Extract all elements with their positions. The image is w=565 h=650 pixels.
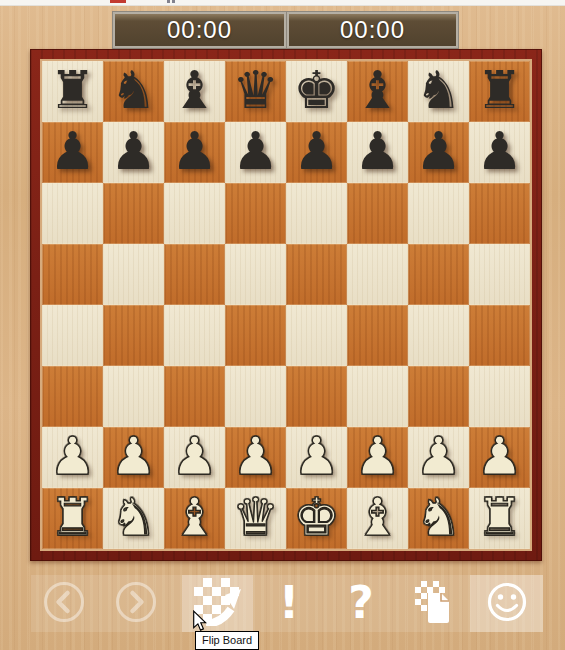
black-bishop[interactable]: ♝: [164, 61, 225, 122]
square-h6[interactable]: [469, 183, 530, 244]
square-e3[interactable]: [286, 366, 347, 427]
square-c5[interactable]: [164, 244, 225, 305]
square-b3[interactable]: [103, 366, 164, 427]
square-g4[interactable]: [408, 305, 469, 366]
black-pawn[interactable]: ♟: [286, 122, 347, 183]
square-g6[interactable]: [408, 183, 469, 244]
white-rook[interactable]: ♜: [469, 488, 530, 549]
square-g7[interactable]: ♟: [408, 122, 469, 183]
square-h2[interactable]: ♟: [469, 427, 530, 488]
white-pawn[interactable]: ♟: [408, 427, 469, 488]
white-pawn[interactable]: ♟: [42, 427, 103, 488]
square-c6[interactable]: [164, 183, 225, 244]
square-b8[interactable]: ♞: [103, 61, 164, 122]
white-clock: 00:00: [113, 12, 286, 48]
square-f1[interactable]: ♝: [347, 488, 408, 549]
black-pawn[interactable]: ♟: [469, 122, 530, 183]
white-bishop[interactable]: ♝: [347, 488, 408, 549]
square-b2[interactable]: ♟: [103, 427, 164, 488]
tooltip-text: Flip Board: [202, 634, 252, 646]
square-f5[interactable]: [347, 244, 408, 305]
square-b5[interactable]: [103, 244, 164, 305]
black-king[interactable]: ♚: [286, 61, 347, 122]
square-b6[interactable]: [103, 183, 164, 244]
square-e1[interactable]: ♚: [286, 488, 347, 549]
board-inner-frame: ♜♞♝♛♚♝♞♜♟♟♟♟♟♟♟♟♟♟♟♟♟♟♟♟♜♞♝♛♚♝♞♜: [40, 59, 532, 551]
square-f8[interactable]: ♝: [347, 61, 408, 122]
black-knight[interactable]: ♞: [408, 61, 469, 122]
square-e5[interactable]: [286, 244, 347, 305]
white-rook[interactable]: ♜: [42, 488, 103, 549]
square-a8[interactable]: ♜: [42, 61, 103, 122]
dubious-move-button[interactable]: ?: [339, 577, 383, 631]
square-d1[interactable]: ♛: [225, 488, 286, 549]
square-c2[interactable]: ♟: [164, 427, 225, 488]
square-e4[interactable]: [286, 305, 347, 366]
square-g1[interactable]: ♞: [408, 488, 469, 549]
remnant-red-icon: [110, 0, 126, 3]
square-b7[interactable]: ♟: [103, 122, 164, 183]
good-move-button[interactable]: !: [267, 577, 311, 631]
square-g2[interactable]: ♟: [408, 427, 469, 488]
chess-app-window: 00:00 00:00 ♜♞♝♛♚♝♞♜♟♟♟♟♟♟♟♟♟♟♟♟♟♟♟♟♜♞♝♛…: [0, 0, 565, 650]
white-knight[interactable]: ♞: [408, 488, 469, 549]
next-move-button[interactable]: [115, 575, 157, 632]
white-pawn[interactable]: ♟: [347, 427, 408, 488]
square-c4[interactable]: [164, 305, 225, 366]
square-h8[interactable]: ♜: [469, 61, 530, 122]
square-b4[interactable]: [103, 305, 164, 366]
square-f7[interactable]: ♟: [347, 122, 408, 183]
window-top-strip: [0, 0, 565, 6]
square-d5[interactable]: [225, 244, 286, 305]
black-pawn[interactable]: ♟: [225, 122, 286, 183]
black-queen[interactable]: ♛: [225, 61, 286, 122]
white-pawn[interactable]: ♟: [286, 427, 347, 488]
square-a1[interactable]: ♜: [42, 488, 103, 549]
white-pawn[interactable]: ♟: [164, 427, 225, 488]
square-e8[interactable]: ♚: [286, 61, 347, 122]
black-bishop[interactable]: ♝: [347, 61, 408, 122]
square-c3[interactable]: [164, 366, 225, 427]
remnant-gray-mark-icon: [172, 0, 175, 3]
square-a6[interactable]: [42, 183, 103, 244]
square-b1[interactable]: ♞: [103, 488, 164, 549]
square-f3[interactable]: [347, 366, 408, 427]
white-knight[interactable]: ♞: [103, 488, 164, 549]
square-a4[interactable]: [42, 305, 103, 366]
square-g3[interactable]: [408, 366, 469, 427]
white-pawn[interactable]: ♟: [103, 427, 164, 488]
mouse-cursor-icon: [192, 610, 207, 636]
black-pawn[interactable]: ♟: [347, 122, 408, 183]
square-c7[interactable]: ♟: [164, 122, 225, 183]
square-c8[interactable]: ♝: [164, 61, 225, 122]
square-f4[interactable]: [347, 305, 408, 366]
black-pawn[interactable]: ♟: [103, 122, 164, 183]
square-h3[interactable]: [469, 366, 530, 427]
black-pawn[interactable]: ♟: [42, 122, 103, 183]
square-f6[interactable]: [347, 183, 408, 244]
black-knight[interactable]: ♞: [103, 61, 164, 122]
board-grid[interactable]: ♜♞♝♛♚♝♞♜♟♟♟♟♟♟♟♟♟♟♟♟♟♟♟♟♜♞♝♛♚♝♞♜: [42, 61, 530, 549]
copy-position-button[interactable]: [411, 575, 455, 632]
square-g5[interactable]: [408, 244, 469, 305]
square-d8[interactable]: ♛: [225, 61, 286, 122]
white-clock-time: 00:00: [167, 16, 232, 43]
square-a7[interactable]: ♟: [42, 122, 103, 183]
remnant-gray-mark-icon: [167, 0, 170, 3]
board-document-icon: [411, 579, 455, 629]
square-a3[interactable]: [42, 366, 103, 427]
square-f2[interactable]: ♟: [347, 427, 408, 488]
black-clock: 00:00: [287, 12, 458, 48]
square-a5[interactable]: [42, 244, 103, 305]
square-d2[interactable]: ♟: [225, 427, 286, 488]
square-d3[interactable]: [225, 366, 286, 427]
black-pawn[interactable]: ♟: [164, 122, 225, 183]
smiley-icon: [485, 580, 529, 628]
white-queen[interactable]: ♛: [225, 488, 286, 549]
white-bishop[interactable]: ♝: [164, 488, 225, 549]
black-clock-time: 00:00: [340, 16, 405, 43]
square-d7[interactable]: ♟: [225, 122, 286, 183]
square-d6[interactable]: [225, 183, 286, 244]
square-h5[interactable]: [469, 244, 530, 305]
square-e6[interactable]: [286, 183, 347, 244]
chevron-left-circle-icon: [43, 581, 85, 627]
white-pawn[interactable]: ♟: [469, 427, 530, 488]
square-c1[interactable]: ♝: [164, 488, 225, 549]
previous-move-button[interactable]: [43, 575, 85, 632]
square-e2[interactable]: ♟: [286, 427, 347, 488]
chess-board[interactable]: ♜♞♝♛♚♝♞♜♟♟♟♟♟♟♟♟♟♟♟♟♟♟♟♟♜♞♝♛♚♝♞♜: [30, 49, 542, 561]
square-d4[interactable]: [225, 305, 286, 366]
smiley-button[interactable]: [470, 575, 543, 632]
black-rook[interactable]: ♜: [469, 61, 530, 122]
white-pawn[interactable]: ♟: [225, 427, 286, 488]
chevron-right-circle-icon: [115, 581, 157, 627]
square-g8[interactable]: ♞: [408, 61, 469, 122]
square-h1[interactable]: ♜: [469, 488, 530, 549]
square-a2[interactable]: ♟: [42, 427, 103, 488]
white-king[interactable]: ♚: [286, 488, 347, 549]
square-e7[interactable]: ♟: [286, 122, 347, 183]
square-h4[interactable]: [469, 305, 530, 366]
black-pawn[interactable]: ♟: [408, 122, 469, 183]
black-rook[interactable]: ♜: [42, 61, 103, 122]
square-h7[interactable]: ♟: [469, 122, 530, 183]
